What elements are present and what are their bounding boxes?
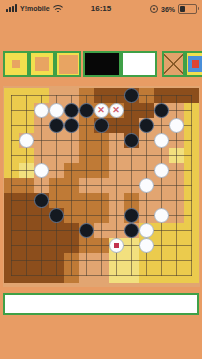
black-stone	[124, 223, 139, 238]
cell-c2-r4[interactable]	[19, 133, 34, 148]
cell-c13-r5[interactable]	[184, 148, 199, 163]
cell-c7-r3[interactable]	[94, 118, 109, 133]
cell-c7-r13[interactable]	[94, 268, 109, 283]
cell-c6-r8[interactable]	[79, 193, 94, 208]
cell-c12-r11[interactable]	[169, 238, 184, 253]
cell-c4-r13[interactable]	[49, 268, 64, 283]
cell-c11-r11[interactable]	[154, 238, 169, 253]
cell-c3-r13[interactable]	[34, 268, 49, 283]
tool-influence-weak-button[interactable]	[3, 51, 29, 77]
cell-c1-r10[interactable]	[4, 223, 19, 238]
black-stone	[49, 118, 64, 133]
cell-c10-r13[interactable]	[139, 268, 154, 283]
large-square-icon	[59, 55, 78, 74]
cell-c13-r13[interactable]	[184, 268, 199, 283]
white-stone	[34, 163, 49, 178]
cell-c9-r13[interactable]	[124, 268, 139, 283]
cell-c5-r7[interactable]	[64, 178, 79, 193]
cell-c3-r6[interactable]	[34, 163, 49, 178]
black-stone	[124, 133, 139, 148]
cell-c1-r6[interactable]	[4, 163, 19, 178]
cell-c6-r12[interactable]	[79, 253, 94, 268]
cell-c12-r13[interactable]	[169, 268, 184, 283]
cell-c6-r3[interactable]	[79, 118, 94, 133]
cell-c12-r12[interactable]	[169, 253, 184, 268]
cell-c10-r10[interactable]	[139, 223, 154, 238]
cell-c3-r5[interactable]	[34, 148, 49, 163]
medium-square-icon	[35, 57, 49, 71]
white-stone	[34, 103, 49, 118]
cell-c7-r5[interactable]	[94, 148, 109, 163]
text-input[interactable]	[3, 293, 199, 315]
cell-c6-r6[interactable]	[79, 163, 94, 178]
cell-c11-r1[interactable]	[154, 88, 169, 103]
cell-c5-r1[interactable]	[64, 88, 79, 103]
tool-influence-medium-button[interactable]	[29, 51, 55, 77]
cell-c2-r11[interactable]	[19, 238, 34, 253]
cell-c8-r3[interactable]	[109, 118, 124, 133]
cell-c12-r4[interactable]	[169, 133, 184, 148]
cell-c3-r8[interactable]	[34, 193, 49, 208]
cell-c5-r6[interactable]	[64, 163, 79, 178]
cell-c6-r10[interactable]	[79, 223, 94, 238]
cell-c7-r6[interactable]	[94, 163, 109, 178]
cell-c8-r6[interactable]	[109, 163, 124, 178]
cell-c9-r4[interactable]	[124, 133, 139, 148]
cell-c10-r12[interactable]	[139, 253, 154, 268]
cell-c3-r7[interactable]	[34, 178, 49, 193]
cell-c9-r9[interactable]	[124, 208, 139, 223]
cell-c13-r10[interactable]	[184, 223, 199, 238]
cell-c5-r4[interactable]	[64, 133, 79, 148]
cell-c7-r8[interactable]	[94, 193, 109, 208]
cell-c6-r4[interactable]	[79, 133, 94, 148]
black-stone	[79, 103, 94, 118]
cell-c13-r1[interactable]	[184, 88, 199, 103]
black-stone	[154, 103, 169, 118]
cell-c1-r4[interactable]	[4, 133, 19, 148]
cell-c5-r11[interactable]	[64, 238, 79, 253]
cell-c5-r13[interactable]	[64, 268, 79, 283]
cell-c2-r1[interactable]	[19, 88, 34, 103]
cell-c8-r4[interactable]	[109, 133, 124, 148]
cell-c5-r5[interactable]	[64, 148, 79, 163]
cell-c8-r8[interactable]	[109, 193, 124, 208]
cell-c1-r2[interactable]	[4, 103, 19, 118]
cell-c8-r12[interactable]	[109, 253, 124, 268]
cell-c4-r8[interactable]	[49, 193, 64, 208]
cell-c3-r11[interactable]	[34, 238, 49, 253]
cell-c13-r7[interactable]	[184, 178, 199, 193]
white-stone-square-marked	[109, 238, 124, 253]
cell-c6-r13[interactable]	[79, 268, 94, 283]
cell-c3-r2[interactable]	[34, 103, 49, 118]
black-stone	[94, 118, 109, 133]
cell-c1-r5[interactable]	[4, 148, 19, 163]
cell-c11-r4[interactable]	[154, 133, 169, 148]
cell-c6-r2[interactable]	[79, 103, 94, 118]
cell-c12-r3[interactable]	[169, 118, 184, 133]
cell-c2-r10[interactable]	[19, 223, 34, 238]
black-stone	[124, 88, 139, 103]
cell-c13-r3[interactable]	[184, 118, 199, 133]
tool-white-stone-button[interactable]	[121, 51, 157, 77]
cell-c12-r6[interactable]	[169, 163, 184, 178]
cell-c12-r1[interactable]	[169, 88, 184, 103]
cell-c11-r7[interactable]	[154, 178, 169, 193]
white-stone	[154, 208, 169, 223]
cell-c3-r9[interactable]	[34, 208, 49, 223]
cell-c9-r8[interactable]	[124, 193, 139, 208]
small-square-icon	[12, 60, 20, 68]
cell-c4-r5[interactable]	[49, 148, 64, 163]
cell-c2-r2[interactable]	[19, 103, 34, 118]
red-square-mark	[114, 243, 119, 248]
cell-c11-r5[interactable]	[154, 148, 169, 163]
cell-c4-r1[interactable]	[49, 88, 64, 103]
cell-c9-r7[interactable]	[124, 178, 139, 193]
cell-c4-r7[interactable]	[49, 178, 64, 193]
marker-blue-icon	[188, 56, 202, 72]
battery-icon	[178, 4, 197, 14]
cell-c7-r7[interactable]	[94, 178, 109, 193]
white-stone	[19, 133, 34, 148]
cell-c1-r8[interactable]	[4, 193, 19, 208]
cell-c10-r3[interactable]	[139, 118, 154, 133]
cell-c13-r12[interactable]	[184, 253, 199, 268]
cell-c4-r2[interactable]	[49, 103, 64, 118]
white-stone-x-marked: ✕	[109, 103, 124, 118]
cell-c8-r1[interactable]	[109, 88, 124, 103]
status-bar: Y!mobile 16:15 36%	[0, 0, 202, 20]
white-stone	[49, 103, 64, 118]
white-stone	[139, 238, 154, 253]
cell-c5-r3[interactable]	[64, 118, 79, 133]
cell-c9-r1[interactable]	[124, 88, 139, 103]
cell-c7-r2[interactable]: ✕	[94, 103, 109, 118]
white-stone	[154, 163, 169, 178]
cell-c4-r3[interactable]	[49, 118, 64, 133]
tool-palette	[3, 51, 202, 77]
cell-c11-r6[interactable]	[154, 163, 169, 178]
red-x-mark: ✕	[110, 104, 123, 117]
cell-c2-r12[interactable]	[19, 253, 34, 268]
cell-c8-r11[interactable]	[109, 238, 124, 253]
cell-c10-r2[interactable]	[139, 103, 154, 118]
cell-c13-r11[interactable]	[184, 238, 199, 253]
cell-c3-r1[interactable]	[34, 88, 49, 103]
cell-c9-r11[interactable]	[124, 238, 139, 253]
cell-c13-r2[interactable]	[184, 103, 199, 118]
cell-c1-r3[interactable]	[4, 118, 19, 133]
cell-c5-r2[interactable]	[64, 103, 79, 118]
black-stone	[64, 103, 79, 118]
cell-c7-r4[interactable]	[94, 133, 109, 148]
cell-c12-r10[interactable]	[169, 223, 184, 238]
cell-c10-r7[interactable]	[139, 178, 154, 193]
white-stone-x-marked: ✕	[94, 103, 109, 118]
cell-c13-r4[interactable]	[184, 133, 199, 148]
cell-c13-r9[interactable]	[184, 208, 199, 223]
cell-c2-r3[interactable]	[19, 118, 34, 133]
cell-c2-r9[interactable]	[19, 208, 34, 223]
cell-c12-r9[interactable]	[169, 208, 184, 223]
white-stone	[139, 178, 154, 193]
app-screen: Y!mobile 16:15 36% ✕✕	[0, 0, 202, 359]
cell-c5-r12[interactable]	[64, 253, 79, 268]
black-stone	[124, 208, 139, 223]
cell-c11-r2[interactable]	[154, 103, 169, 118]
cell-c2-r6[interactable]	[19, 163, 34, 178]
status-right: 36%	[150, 4, 197, 14]
cell-c11-r3[interactable]	[154, 118, 169, 133]
cell-c3-r4[interactable]	[34, 133, 49, 148]
cell-c3-r3[interactable]	[34, 118, 49, 133]
cell-c1-r9[interactable]	[4, 208, 19, 223]
cell-c11-r10[interactable]	[154, 223, 169, 238]
cell-c12-r8[interactable]	[169, 193, 184, 208]
tool-influence-strong-button[interactable]	[55, 51, 81, 77]
cell-c4-r12[interactable]	[49, 253, 64, 268]
cell-c1-r12[interactable]	[4, 253, 19, 268]
cell-c1-r7[interactable]	[4, 178, 19, 193]
cell-c12-r5[interactable]	[169, 148, 184, 163]
cell-c8-r5[interactable]	[109, 148, 124, 163]
cell-c8-r9[interactable]	[109, 208, 124, 223]
cell-c6-r1[interactable]	[79, 88, 94, 103]
cell-c7-r12[interactable]	[94, 253, 109, 268]
black-stone	[79, 223, 94, 238]
cell-c9-r3[interactable]	[124, 118, 139, 133]
cell-c4-r11[interactable]	[49, 238, 64, 253]
go-board[interactable]: ✕✕	[3, 86, 200, 287]
cell-c10-r5[interactable]	[139, 148, 154, 163]
cell-c10-r11[interactable]	[139, 238, 154, 253]
tool-black-stone-button[interactable]	[83, 51, 121, 77]
cell-c1-r13[interactable]	[4, 268, 19, 283]
cell-c9-r10[interactable]	[124, 223, 139, 238]
black-stone	[34, 193, 49, 208]
cell-c3-r12[interactable]	[34, 253, 49, 268]
cell-c2-r5[interactable]	[19, 148, 34, 163]
cell-c2-r8[interactable]	[19, 193, 34, 208]
cell-c7-r9[interactable]	[94, 208, 109, 223]
red-x-mark: ✕	[95, 104, 108, 117]
cell-c1-r11[interactable]	[4, 238, 19, 253]
cell-c7-r10[interactable]	[94, 223, 109, 238]
cell-c6-r9[interactable]	[79, 208, 94, 223]
cell-c1-r1[interactable]	[4, 88, 19, 103]
cell-c5-r9[interactable]	[64, 208, 79, 223]
cell-c4-r10[interactable]	[49, 223, 64, 238]
tool-marker-button[interactable]	[185, 51, 202, 77]
cell-c8-r7[interactable]	[109, 178, 124, 193]
orientation-lock-icon	[150, 5, 158, 13]
cell-c6-r5[interactable]	[79, 148, 94, 163]
cell-c10-r6[interactable]	[139, 163, 154, 178]
black-stone	[49, 208, 64, 223]
cell-c7-r11[interactable]	[94, 238, 109, 253]
cell-c13-r8[interactable]	[184, 193, 199, 208]
black-stone	[64, 118, 79, 133]
battery-percent: 36%	[161, 6, 175, 13]
cell-c9-r6[interactable]	[124, 163, 139, 178]
cell-c10-r1[interactable]	[139, 88, 154, 103]
black-stone	[139, 118, 154, 133]
cell-c7-r1[interactable]	[94, 88, 109, 103]
white-stone	[139, 223, 154, 238]
cell-c3-r10[interactable]	[34, 223, 49, 238]
cell-c4-r6[interactable]	[49, 163, 64, 178]
cell-c4-r4[interactable]	[49, 133, 64, 148]
cell-c11-r13[interactable]	[154, 268, 169, 283]
cell-c5-r8[interactable]	[64, 193, 79, 208]
cell-c9-r5[interactable]	[124, 148, 139, 163]
cell-c10-r4[interactable]	[139, 133, 154, 148]
cell-c8-r10[interactable]	[109, 223, 124, 238]
cell-c11-r12[interactable]	[154, 253, 169, 268]
tool-erase-x-button[interactable]	[162, 51, 185, 77]
cell-c13-r6[interactable]	[184, 163, 199, 178]
cell-c6-r11[interactable]	[79, 238, 94, 253]
cell-c12-r7[interactable]	[169, 178, 184, 193]
cell-c2-r7[interactable]	[19, 178, 34, 193]
cell-c5-r10[interactable]	[64, 223, 79, 238]
cell-c9-r2[interactable]	[124, 103, 139, 118]
cell-c6-r7[interactable]	[79, 178, 94, 193]
cell-c10-r9[interactable]	[139, 208, 154, 223]
cell-c9-r12[interactable]	[124, 253, 139, 268]
cell-c10-r8[interactable]	[139, 193, 154, 208]
marker-red-icon	[192, 60, 199, 68]
cell-c8-r2[interactable]: ✕	[109, 103, 124, 118]
cell-c11-r8[interactable]	[154, 193, 169, 208]
cell-c2-r13[interactable]	[19, 268, 34, 283]
cell-c11-r9[interactable]	[154, 208, 169, 223]
cell-c8-r13[interactable]	[109, 268, 124, 283]
cell-c4-r9[interactable]	[49, 208, 64, 223]
white-stone	[154, 133, 169, 148]
cell-c12-r2[interactable]	[169, 103, 184, 118]
white-stone	[169, 118, 184, 133]
